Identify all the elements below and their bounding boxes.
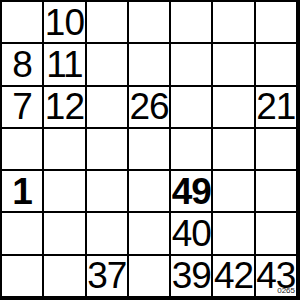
cell-r7c6: 42 (213, 256, 253, 296)
cell-r2c5[interactable] (171, 44, 211, 84)
cell-r2c2: 11 (44, 44, 84, 84)
cell-r6c3[interactable] (87, 213, 127, 253)
cell-r1c7[interactable] (256, 2, 296, 42)
cell-r5c4[interactable] (129, 171, 169, 211)
cell-r6c1[interactable] (2, 213, 42, 253)
cell-r5c5: 49 (171, 171, 211, 211)
cell-r6c4[interactable] (129, 213, 169, 253)
cell-r6c7[interactable] (256, 213, 296, 253)
hidato-board: 1081171226211494037394243 (0, 0, 300, 300)
cell-r4c1[interactable] (2, 129, 42, 169)
puzzle-id-label: 0265 (277, 287, 295, 295)
cell-r2c1: 8 (2, 44, 42, 84)
cell-r1c5[interactable] (171, 2, 211, 42)
cell-r2c6[interactable] (213, 44, 253, 84)
cell-r5c7[interactable] (256, 171, 296, 211)
cell-r5c3[interactable] (87, 171, 127, 211)
cell-r1c1[interactable] (2, 2, 42, 42)
cell-r5c1: 1 (2, 171, 42, 211)
cell-r2c4[interactable] (129, 44, 169, 84)
cell-r3c2: 12 (44, 87, 84, 127)
cell-r3c5[interactable] (171, 87, 211, 127)
cell-r1c2: 10 (44, 2, 84, 42)
cell-r3c7: 21 (256, 87, 296, 127)
cell-r5c2[interactable] (44, 171, 84, 211)
cell-r3c3[interactable] (87, 87, 127, 127)
cell-r6c6[interactable] (213, 213, 253, 253)
cell-r4c3[interactable] (87, 129, 127, 169)
cell-r4c2[interactable] (44, 129, 84, 169)
cell-r1c3[interactable] (87, 2, 127, 42)
cell-r4c5[interactable] (171, 129, 211, 169)
cell-r4c7[interactable] (256, 129, 296, 169)
puzzle-canvas: 1081171226211494037394243 0265 (0, 0, 300, 300)
cell-r3c6[interactable] (213, 87, 253, 127)
cell-r7c3: 37 (87, 256, 127, 296)
cell-r2c7[interactable] (256, 44, 296, 84)
cell-r6c2[interactable] (44, 213, 84, 253)
cell-r7c1[interactable] (2, 256, 42, 296)
cell-r6c5: 40 (171, 213, 211, 253)
cell-r3c4: 26 (129, 87, 169, 127)
cell-r2c3[interactable] (87, 44, 127, 84)
cell-r3c1: 7 (2, 87, 42, 127)
cell-r7c5: 39 (171, 256, 211, 296)
cell-r7c4[interactable] (129, 256, 169, 296)
cell-r4c4[interactable] (129, 129, 169, 169)
cell-r1c6[interactable] (213, 2, 253, 42)
cell-r4c6[interactable] (213, 129, 253, 169)
cell-r7c2[interactable] (44, 256, 84, 296)
cell-r5c6[interactable] (213, 171, 253, 211)
cell-r1c4[interactable] (129, 2, 169, 42)
